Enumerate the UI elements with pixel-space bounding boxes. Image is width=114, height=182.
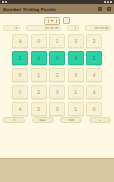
undo-button[interactable]: ↺ [3, 117, 25, 123]
tile-r4c3[interactable]: 3 [49, 85, 65, 99]
tile-r2c5[interactable]: 2 [86, 51, 102, 65]
app-title: Number Sliding Puzzle [3, 7, 93, 12]
notification-icon [2, 1, 4, 3]
tile-r1c5[interactable]: 2 [86, 34, 102, 48]
stepper-divider [48, 19, 49, 23]
wifi-icon [104, 1, 106, 3]
clock-icon [110, 1, 112, 3]
grid-toggle-button[interactable] [63, 17, 70, 24]
moves-value: 0 [3, 25, 20, 31]
stepper-divider [56, 19, 57, 23]
tile-r5c4[interactable]: 1 [68, 102, 84, 116]
tile-r5c1[interactable]: 4 [12, 102, 28, 116]
restart-icon[interactable]: ↻ [98, 7, 102, 11]
time-value: 00:00:00 [26, 25, 61, 31]
new-game-button[interactable]: New [32, 117, 54, 123]
tile-r4c5[interactable]: 4 [86, 85, 102, 99]
battery-icon [107, 1, 109, 3]
best-time-value: 00:00:00 [85, 25, 111, 31]
hint-button[interactable]: Hint [60, 117, 82, 123]
tile-r2c3[interactable]: 0 [49, 51, 65, 65]
tile-r2c1[interactable]: 1 [12, 51, 28, 65]
tile-r3c2[interactable]: 1 [31, 68, 47, 82]
increase-size-button[interactable]: + [89, 117, 111, 123]
notification-icon [5, 1, 7, 3]
tile-r4c4[interactable]: 1 [68, 85, 84, 99]
settings-icon[interactable]: ⚙ [107, 7, 111, 11]
tile-r5c5[interactable]: 0 [86, 102, 102, 116]
tile-r3c5[interactable]: 4 [86, 68, 102, 82]
tile-r4c2[interactable]: 2 [31, 85, 47, 99]
best-moves-value: 0 [67, 25, 79, 31]
tile-r3c4[interactable]: 3 [68, 68, 84, 82]
puzzle-board: 4 0 1 3 2 1 4 0 3 2 0 1 2 3 4 0 2 3 1 4 … [12, 34, 102, 116]
tile-r1c2[interactable]: 0 [31, 34, 47, 48]
stats-row: 0 00:00:00 0 00:00:00 [3, 25, 111, 31]
tile-r3c1[interactable]: 0 [12, 68, 28, 82]
size-stepper[interactable]: + [44, 17, 60, 25]
app-bar: Number Sliding Puzzle ↻ ⚙ [0, 4, 114, 14]
tile-r1c4[interactable]: 3 [68, 34, 84, 48]
tile-r1c1[interactable]: 4 [12, 34, 28, 48]
top-controls: + [0, 17, 114, 24]
tile-r3c3[interactable]: 2 [49, 68, 65, 82]
tile-r2c2[interactable]: 4 [31, 51, 47, 65]
tile-r5c3[interactable]: 3 [49, 102, 65, 116]
plus-button[interactable]: + [50, 19, 53, 23]
button-row: ↺ New Hint + [3, 117, 111, 123]
bottom-band [0, 158, 114, 182]
tile-r2c4[interactable]: 3 [68, 51, 84, 65]
tile-r4c1[interactable]: 0 [12, 85, 28, 99]
main-content: + 0 00:00:00 0 00:00:00 4 0 1 3 2 1 4 0 … [0, 14, 114, 158]
tile-r1c3[interactable]: 1 [49, 34, 65, 48]
tile-r5c2[interactable]: 2 [31, 102, 47, 116]
